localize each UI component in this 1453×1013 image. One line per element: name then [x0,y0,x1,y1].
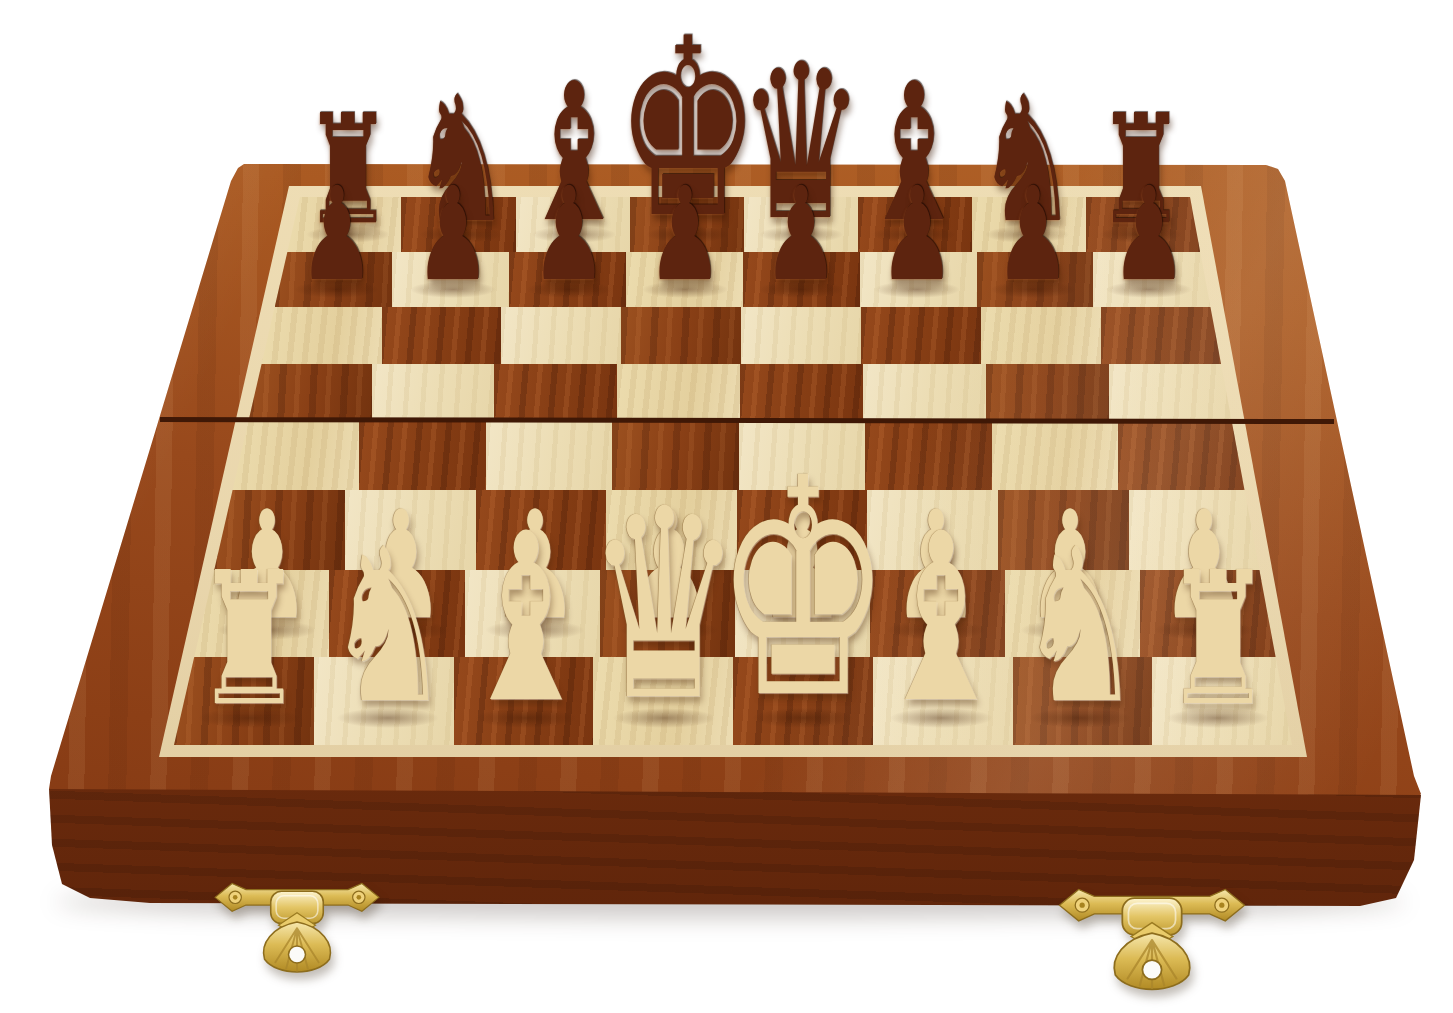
square-g6[interactable] [981,307,1101,364]
white-king-e1[interactable]: ♚ [714,440,892,740]
board-rank-6 [262,307,1221,364]
product-photo-scene: ♜♞♝♚♛♝♞♜♟♟♟♟♟♟♟♟♟♟♟♟♟♟♟♟♜♞♝♛♚♝♞♜ [0,0,1453,1013]
brass-latch-graphic [1056,872,1248,1003]
white-knight-g1[interactable]: ♞ [1017,521,1142,733]
brass-latch-right[interactable] [1056,872,1248,1003]
square-e6[interactable] [741,307,861,364]
black-pawn-h7[interactable]: ♟ [1111,170,1187,299]
square-g5[interactable] [986,364,1109,420]
latch-hole [289,946,306,963]
square-c6[interactable] [501,307,621,364]
square-c5[interactable] [494,364,617,420]
white-rook-h1[interactable]: ♜ [1163,547,1272,731]
white-rook-a1[interactable]: ♜ [195,547,304,731]
square-f6[interactable] [861,307,981,364]
white-bishop-f1[interactable]: ♝ [873,503,1010,735]
board-rank-5 [249,364,1232,420]
square-e5[interactable] [740,364,863,420]
black-pawn-b7[interactable]: ♟ [414,170,490,299]
square-b5[interactable] [372,364,495,420]
black-pawn-g7[interactable]: ♟ [995,170,1071,299]
brass-latch-graphic [212,868,382,984]
black-pawn-f7[interactable]: ♟ [879,170,955,299]
latch-hole [1142,960,1161,979]
white-knight-b1[interactable]: ♞ [325,521,450,733]
brass-latch-left[interactable] [212,868,382,984]
square-h5[interactable] [1109,364,1232,420]
square-b6[interactable] [382,307,502,364]
white-bishop-c1[interactable]: ♝ [457,503,594,735]
square-d6[interactable] [621,307,741,364]
black-pawn-a7[interactable]: ♟ [298,170,374,299]
black-pawn-e7[interactable]: ♟ [763,170,839,299]
square-f5[interactable] [863,364,986,420]
square-h6[interactable] [1101,307,1221,364]
black-pawn-d7[interactable]: ♟ [647,170,723,299]
black-pawn-c7[interactable]: ♟ [531,170,607,299]
square-a5[interactable] [249,364,372,420]
square-d5[interactable] [617,364,740,420]
square-a6[interactable] [262,307,382,364]
